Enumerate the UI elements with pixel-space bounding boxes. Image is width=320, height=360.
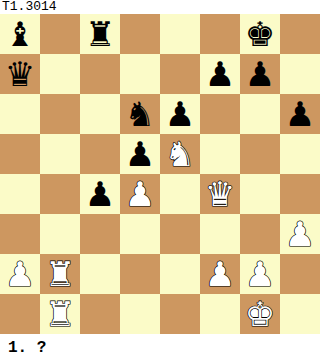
chess-puzzle-page: T1.3014 ♝♜♚♛♟♟♞♟♟♟♞♟♟♛♟♟♜♟♟♜♚ 1. ?: [0, 0, 320, 360]
square-g8[interactable]: ♚: [240, 14, 280, 54]
white-pawn[interactable]: ♟: [245, 257, 275, 291]
square-c8[interactable]: ♜: [80, 14, 120, 54]
square-f2[interactable]: ♟: [200, 254, 240, 294]
square-e1[interactable]: [160, 294, 200, 334]
white-pawn[interactable]: ♟: [5, 257, 35, 291]
white-queen[interactable]: ♛: [205, 177, 235, 211]
square-f4[interactable]: ♛: [200, 174, 240, 214]
square-b1[interactable]: ♜: [40, 294, 80, 334]
square-a6[interactable]: [0, 94, 40, 134]
square-f3[interactable]: [200, 214, 240, 254]
square-a1[interactable]: [0, 294, 40, 334]
black-pawn[interactable]: ♟: [285, 97, 315, 131]
square-g6[interactable]: [240, 94, 280, 134]
white-knight[interactable]: ♞: [165, 137, 195, 171]
square-e8[interactable]: [160, 14, 200, 54]
square-h5[interactable]: [280, 134, 320, 174]
square-d6[interactable]: ♞: [120, 94, 160, 134]
square-a3[interactable]: [0, 214, 40, 254]
square-a8[interactable]: ♝: [0, 14, 40, 54]
chess-board: ♝♜♚♛♟♟♞♟♟♟♞♟♟♛♟♟♜♟♟♜♚: [0, 14, 320, 334]
square-b8[interactable]: [40, 14, 80, 54]
square-f1[interactable]: [200, 294, 240, 334]
square-c7[interactable]: [80, 54, 120, 94]
black-rook[interactable]: ♜: [85, 17, 115, 51]
square-h2[interactable]: [280, 254, 320, 294]
square-e3[interactable]: [160, 214, 200, 254]
black-pawn[interactable]: ♟: [85, 177, 115, 211]
square-g7[interactable]: ♟: [240, 54, 280, 94]
square-g4[interactable]: [240, 174, 280, 214]
square-h8[interactable]: [280, 14, 320, 54]
square-f5[interactable]: [200, 134, 240, 174]
square-a5[interactable]: [0, 134, 40, 174]
black-bishop[interactable]: ♝: [5, 17, 35, 51]
square-h4[interactable]: [280, 174, 320, 214]
square-d5[interactable]: ♟: [120, 134, 160, 174]
puzzle-header: T1.3014: [0, 0, 320, 14]
black-king[interactable]: ♚: [245, 17, 275, 51]
square-c2[interactable]: [80, 254, 120, 294]
square-a4[interactable]: [0, 174, 40, 214]
square-c1[interactable]: [80, 294, 120, 334]
square-c5[interactable]: [80, 134, 120, 174]
square-d4[interactable]: ♟: [120, 174, 160, 214]
black-queen[interactable]: ♛: [5, 57, 35, 91]
square-a7[interactable]: ♛: [0, 54, 40, 94]
square-e2[interactable]: [160, 254, 200, 294]
square-h7[interactable]: [280, 54, 320, 94]
square-e6[interactable]: ♟: [160, 94, 200, 134]
puzzle-id-label: T1.3014: [2, 0, 57, 14]
black-pawn[interactable]: ♟: [125, 137, 155, 171]
square-b4[interactable]: [40, 174, 80, 214]
square-b3[interactable]: [40, 214, 80, 254]
square-f6[interactable]: [200, 94, 240, 134]
black-pawn[interactable]: ♟: [165, 97, 195, 131]
square-c4[interactable]: ♟: [80, 174, 120, 214]
square-h3[interactable]: ♟: [280, 214, 320, 254]
black-pawn[interactable]: ♟: [245, 57, 275, 91]
square-g5[interactable]: [240, 134, 280, 174]
square-c6[interactable]: [80, 94, 120, 134]
move-prompt: 1. ?: [8, 339, 46, 357]
square-f8[interactable]: [200, 14, 240, 54]
square-b5[interactable]: [40, 134, 80, 174]
white-rook[interactable]: ♜: [45, 297, 75, 331]
square-f7[interactable]: ♟: [200, 54, 240, 94]
black-knight[interactable]: ♞: [125, 97, 155, 131]
square-g1[interactable]: ♚: [240, 294, 280, 334]
white-pawn[interactable]: ♟: [125, 177, 155, 211]
square-e5[interactable]: ♞: [160, 134, 200, 174]
square-a2[interactable]: ♟: [0, 254, 40, 294]
white-pawn[interactable]: ♟: [285, 217, 315, 251]
black-pawn[interactable]: ♟: [205, 57, 235, 91]
square-d1[interactable]: [120, 294, 160, 334]
square-h1[interactable]: [280, 294, 320, 334]
white-pawn[interactable]: ♟: [205, 257, 235, 291]
square-e7[interactable]: [160, 54, 200, 94]
square-e4[interactable]: [160, 174, 200, 214]
square-d3[interactable]: [120, 214, 160, 254]
square-d7[interactable]: [120, 54, 160, 94]
square-g3[interactable]: [240, 214, 280, 254]
white-king[interactable]: ♚: [245, 297, 275, 331]
square-c3[interactable]: [80, 214, 120, 254]
square-d2[interactable]: [120, 254, 160, 294]
square-d8[interactable]: [120, 14, 160, 54]
square-b6[interactable]: [40, 94, 80, 134]
square-g2[interactable]: ♟: [240, 254, 280, 294]
square-b2[interactable]: ♜: [40, 254, 80, 294]
square-h6[interactable]: ♟: [280, 94, 320, 134]
square-b7[interactable]: [40, 54, 80, 94]
puzzle-footer: 1. ?: [0, 334, 320, 360]
white-rook[interactable]: ♜: [45, 257, 75, 291]
